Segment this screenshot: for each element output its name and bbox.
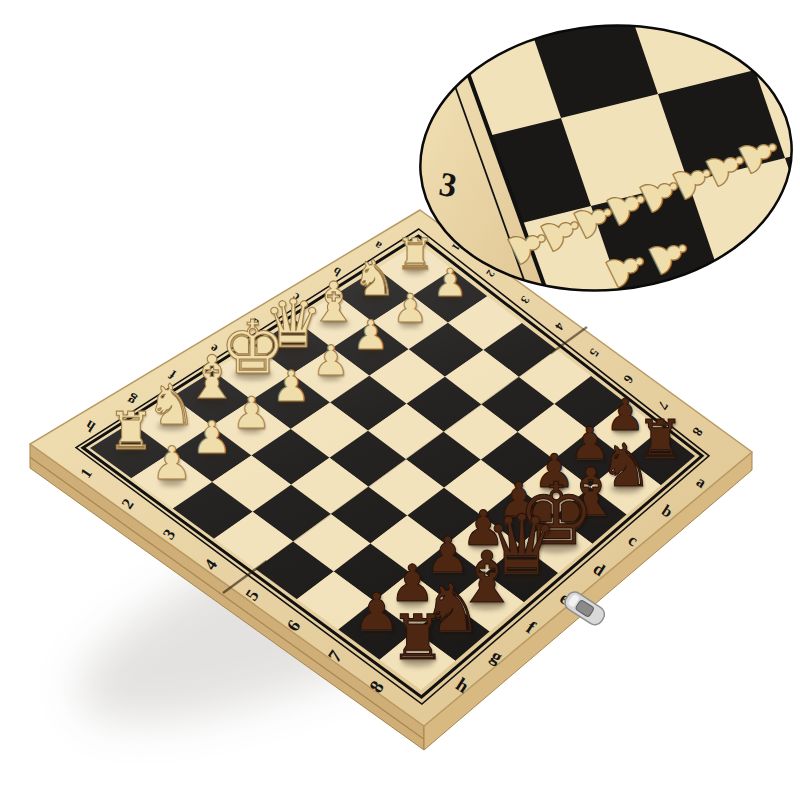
product-photo: 12345678abcdefghabcdefgh12345678 ♜♞♟♝♟♛♟…	[0, 0, 800, 800]
piece-white-rook-h1: ♜	[108, 407, 154, 459]
piece-white-pawn-c2: ♟	[352, 315, 388, 356]
piece-white-pawn-b2: ♟	[393, 289, 428, 329]
piece-white-knight-b1: ♞	[352, 254, 396, 303]
piece-white-pawn-d2: ♟	[312, 340, 349, 382]
piece-black-rook-h8: ♜	[390, 608, 445, 670]
piece-white-pawn-f2: ♟	[232, 391, 271, 435]
piece-white-pawn-e2: ♟	[272, 365, 310, 408]
piece-white-pawn-h2: ♟	[151, 442, 192, 488]
piece-white-pawn-a2: ♟	[433, 264, 467, 302]
chess-pieces-layer: ♜♞♟♝♟♛♟♚♟♝♟♞♟♟♜♟♜♟♟♞♟♝♟♚♟♟♛♟♝♟♞♜	[0, 0, 800, 800]
piece-white-rook-a1: ♜	[396, 233, 435, 276]
piece-white-pawn-g2: ♟	[192, 416, 232, 461]
